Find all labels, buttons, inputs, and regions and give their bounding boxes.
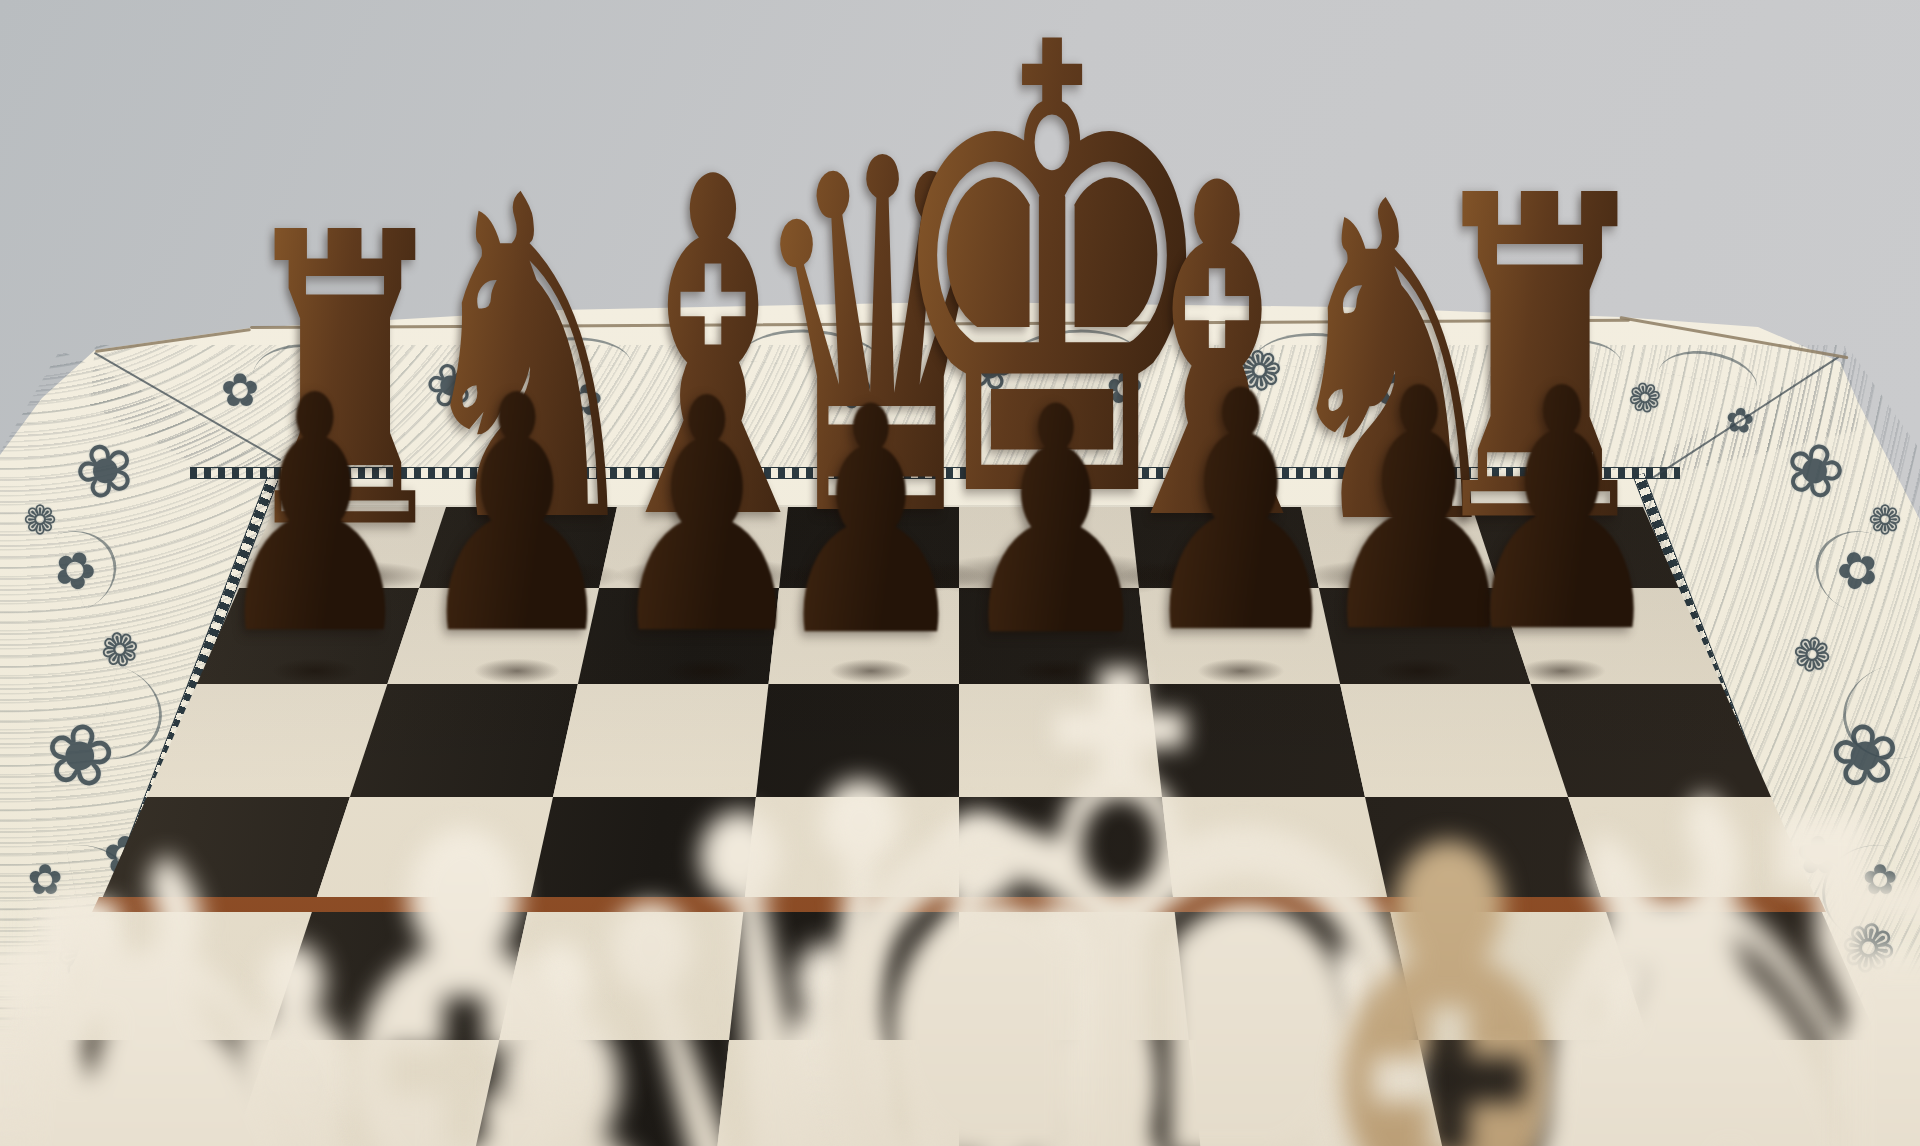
rook-glyph: ♜	[1660, 715, 1920, 1146]
pieces-layer: ♜♞♝♛♚♝♞♜♟♟♟♟♟♟♟♟♟♟♟♟♟♟♟♟♜♞♝♛♚♝♞♜	[0, 0, 1920, 1146]
pawn-glyph: ♟	[209, 353, 419, 679]
photo-scene: Photograph of an antique carved wooden c…	[0, 0, 1920, 1146]
